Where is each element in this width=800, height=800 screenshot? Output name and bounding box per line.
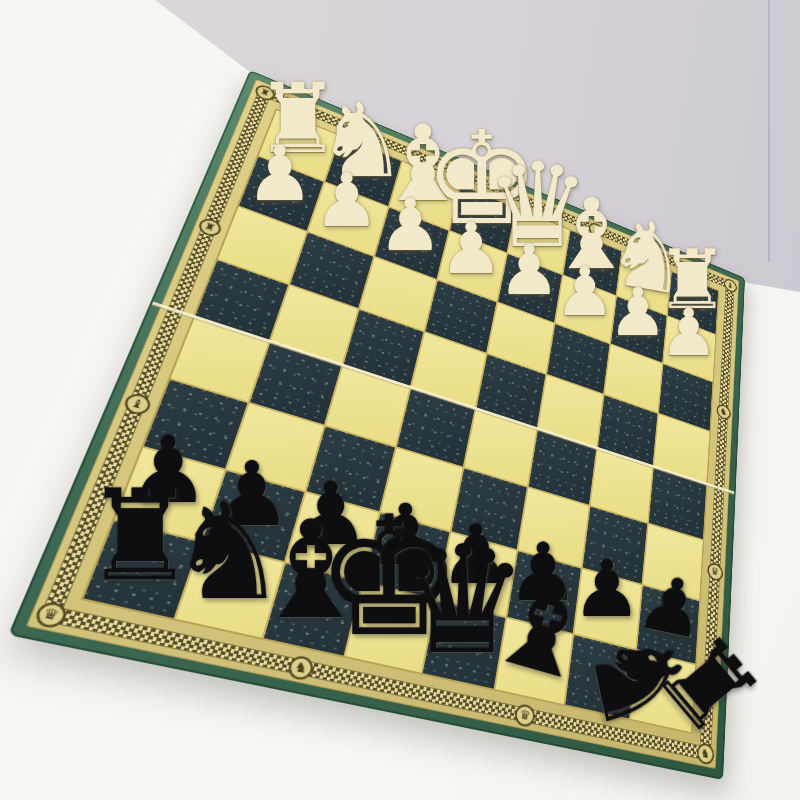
square-e8[interactable] [345, 583, 435, 673]
square-c8[interactable] [496, 618, 572, 704]
wall-corner-seam [768, 0, 770, 262]
border-medallion-bishop-icon: ♝ [588, 221, 604, 239]
border-medallion-knight-icon: ♞ [696, 741, 714, 765]
square-d8[interactable] [423, 601, 506, 689]
square-b8[interactable] [565, 635, 635, 719]
square-a8[interactable] [630, 651, 695, 733]
square-a7[interactable] [637, 585, 699, 663]
scene: ♜♝♞♛♜♝♞♛♜♝♞♛ ♜♞♝♚♛♝♞♜♟♟♟♟♟♟♟♟♟♟♟♟♟♟♟♟♜♞♝… [0, 0, 800, 800]
